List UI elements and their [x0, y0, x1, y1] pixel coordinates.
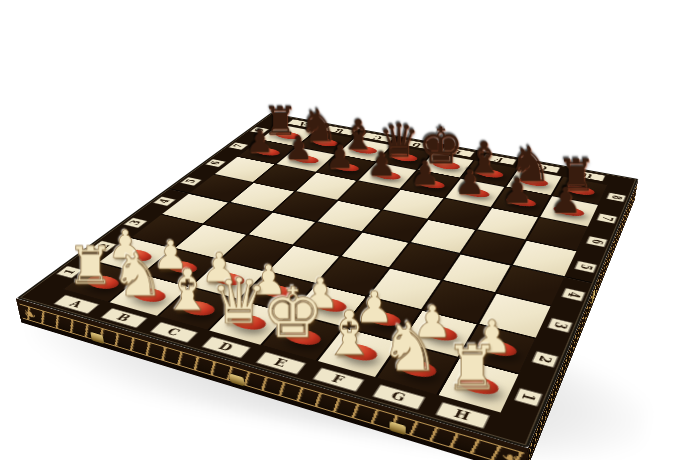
square-e7[interactable]: ♟	[402, 171, 460, 198]
square-e6[interactable]	[383, 190, 443, 219]
red-felt-base	[504, 195, 538, 208]
rank-label-left-4-cell: 4	[139, 189, 189, 215]
square-b6[interactable]	[255, 164, 315, 190]
rank-label-right-4: 4	[561, 288, 586, 302]
piece-black-pawn-e7[interactable]: ♟	[410, 156, 440, 190]
rank-label-left-5-cell: 5	[167, 170, 214, 194]
file-label-back-g: G	[524, 161, 560, 173]
rank-label-right-6: 6	[586, 236, 608, 248]
file-label-back-e-cell: E	[433, 144, 482, 161]
file-label-back-d-cell: D	[392, 136, 440, 152]
square-b7[interactable]: ♟	[277, 147, 334, 171]
red-felt-base	[389, 152, 420, 163]
square-b8[interactable]: ♞	[298, 131, 353, 153]
file-label-back-a-cell: A	[280, 116, 327, 131]
square-d7[interactable]: ♟	[359, 163, 416, 189]
red-felt-base	[290, 154, 322, 165]
piece-black-pawn-c7[interactable]: ♟	[325, 141, 354, 174]
rank-label-right-5: 5	[574, 261, 597, 274]
piece-white-rook-h1[interactable]: ♜	[444, 337, 499, 399]
file-labels-back: ABCDEFGH	[280, 116, 613, 184]
square-b5[interactable]	[231, 183, 294, 211]
rank-label-right-1: 1	[514, 388, 543, 407]
piece-black-pawn-h7[interactable]: ♟	[549, 183, 581, 219]
square-d8[interactable]: ♛	[377, 145, 432, 169]
red-felt-base	[473, 167, 505, 179]
file-label-back-f: F	[481, 154, 517, 165]
file-label-back-e: E	[440, 146, 475, 157]
rank-label-right-8: 8	[606, 192, 626, 202]
rank-label-left-5: 5	[180, 177, 202, 186]
square-e8[interactable]: ♚	[418, 153, 473, 178]
corner-ornament-icon: ❧	[499, 442, 520, 460]
rank-label-left-7: 7	[228, 142, 248, 150]
square-e5[interactable]	[363, 210, 426, 242]
red-felt-base	[430, 160, 461, 171]
piece-black-pawn-d7[interactable]: ♟	[367, 148, 397, 181]
piece-white-bishop-f1[interactable]: ♝	[322, 303, 377, 364]
square-c6[interactable]	[296, 173, 356, 200]
piece-white-bishop-c1[interactable]: ♝	[161, 262, 212, 319]
piece-black-pawn-f7[interactable]: ♟	[455, 165, 486, 199]
chess-set-scene: ABCDEFGH ABCDEFGH 87654321 87654321 ♜♞♝♛…	[122, 8, 578, 460]
red-felt-base	[310, 137, 340, 147]
piece-white-knight-g1[interactable]: ♞	[379, 313, 440, 381]
red-felt-base	[518, 176, 550, 188]
square-d6[interactable]	[339, 181, 399, 209]
square-c8[interactable]: ♝	[337, 138, 392, 161]
red-felt-base	[272, 130, 302, 140]
file-label-back-b: B	[323, 126, 356, 136]
piece-black-pawn-b7[interactable]: ♟	[285, 133, 314, 165]
red-felt-base	[414, 178, 447, 190]
file-label-back-c: C	[361, 132, 395, 142]
piece-white-rook-a1[interactable]: ♜	[67, 239, 114, 291]
rank-label-left-8: 8	[250, 127, 270, 134]
rank-label-right-2: 2	[531, 351, 559, 368]
square-c4[interactable]	[248, 213, 314, 245]
rank-label-right-3: 3	[547, 318, 573, 334]
rank-label-left-7-cell: 7	[217, 136, 260, 156]
piece-white-queen-d1[interactable]: ♛	[210, 270, 267, 333]
piece-white-knight-b1[interactable]: ♞	[111, 244, 165, 304]
rank-label-left-4: 4	[153, 196, 176, 206]
piece-black-pawn-g7[interactable]: ♟	[501, 174, 532, 209]
square-d4[interactable]	[294, 222, 361, 255]
red-felt-base	[330, 161, 362, 173]
file-label-back-a: A	[287, 119, 320, 129]
file-label-back-c-cell: C	[354, 130, 402, 146]
red-felt-base	[251, 146, 282, 157]
rank-label-left-8-cell: 8	[239, 121, 280, 140]
square-c7[interactable]: ♟	[317, 155, 374, 180]
square-d5[interactable]	[317, 201, 380, 232]
rank-label-right-7: 7	[596, 213, 617, 224]
file-label-back-g-cell: G	[517, 158, 567, 176]
product-photo-stage: ABCDEFGH ABCDEFGH 87654321 87654321 ♜♞♝♛…	[0, 0, 700, 460]
red-felt-base	[458, 186, 491, 199]
file-label-back-d: D	[400, 139, 434, 150]
file-label-back-f-cell: F	[474, 151, 524, 168]
chess-board: ABCDEFGH ABCDEFGH 87654321 87654321 ♜♞♝♛…	[17, 113, 639, 448]
square-f6[interactable]	[429, 199, 489, 229]
rank-label-left-6: 6	[205, 159, 226, 168]
file-label-back-b-cell: B	[316, 123, 363, 138]
rank-label-left-6-cell: 6	[193, 152, 238, 174]
red-felt-base	[371, 169, 403, 181]
square-b4[interactable]	[204, 203, 270, 234]
red-felt-base	[349, 144, 380, 155]
square-f7[interactable]: ♟	[446, 179, 504, 207]
square-g7[interactable]: ♟	[492, 187, 550, 216]
square-c5[interactable]	[273, 192, 336, 221]
piece-white-king-e1[interactable]: ♚	[262, 278, 324, 348]
square-a8[interactable]: ♜	[260, 125, 315, 147]
